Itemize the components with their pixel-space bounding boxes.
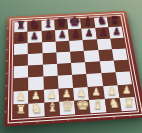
square-d7: ♟ xyxy=(55,30,69,41)
square-a6 xyxy=(14,43,28,55)
square-f1: ♝ xyxy=(89,99,106,114)
piece-black-bishop: ♝ xyxy=(41,18,54,29)
square-b2: ♟ xyxy=(28,89,43,103)
piece-white-pawn: ♟ xyxy=(119,85,134,96)
square-h1: ♜ xyxy=(119,97,136,111)
piece-black-knight: ♞ xyxy=(28,19,41,30)
square-d6 xyxy=(55,40,70,52)
frame-pinstripe-inner: ♜♞♝♛♚♝♞♜♟♟♟♟♟♟♟♟♟♟♟♟♟♟♟♟♜♞♝♛♚♝♞♜ xyxy=(11,15,139,120)
rank-label: 3 xyxy=(5,84,7,87)
square-d4 xyxy=(57,63,72,76)
piece-black-pawn: ♟ xyxy=(110,27,124,37)
piece-black-pawn: ♟ xyxy=(28,31,42,41)
square-b1: ♞ xyxy=(29,102,45,117)
piece-black-pawn: ♟ xyxy=(69,29,83,39)
square-f3 xyxy=(86,73,102,86)
square-g4 xyxy=(99,61,115,74)
square-f4 xyxy=(85,61,101,74)
piece-black-pawn: ♟ xyxy=(55,30,69,40)
piece-white-pawn: ♟ xyxy=(44,89,59,100)
piece-white-knight: ♞ xyxy=(29,102,44,115)
square-c2: ♟ xyxy=(43,88,59,102)
piece-white-pawn: ♟ xyxy=(59,89,74,100)
square-f7: ♟ xyxy=(82,28,97,39)
file-label: h xyxy=(128,114,130,117)
piece-white-pawn: ♟ xyxy=(89,87,104,98)
piece-white-bishop: ♝ xyxy=(90,98,105,111)
rank-label: 6 xyxy=(6,48,8,51)
piece-white-queen: ♛ xyxy=(60,99,75,113)
piece-white-pawn: ♟ xyxy=(104,86,119,97)
square-d2: ♟ xyxy=(58,88,74,102)
square-c4 xyxy=(42,64,57,77)
square-e7: ♟ xyxy=(68,29,83,40)
square-b8: ♞ xyxy=(28,21,42,32)
square-f2: ♟ xyxy=(88,86,104,100)
square-e4 xyxy=(71,62,86,75)
piece-black-rook: ♜ xyxy=(108,15,121,25)
square-h7: ♟ xyxy=(108,27,123,38)
square-d1: ♛ xyxy=(59,101,75,116)
square-e1: ♚ xyxy=(74,100,91,115)
board-frame: ♜♞♝♛♚♝♞♜♟♟♟♟♟♟♟♟♟♟♟♟♟♟♟♟♜♞♝♛♚♝♞♜ abcdefg… xyxy=(4,11,142,127)
square-c1: ♝ xyxy=(44,102,60,117)
square-d5 xyxy=(56,51,71,63)
square-f6 xyxy=(83,39,98,51)
square-b7: ♟ xyxy=(28,31,42,43)
piece-white-rook: ♜ xyxy=(121,97,136,109)
square-b6 xyxy=(28,42,42,54)
square-e6 xyxy=(69,40,84,52)
square-c7: ♟ xyxy=(41,30,55,41)
rank-label: 4 xyxy=(6,71,8,74)
piece-white-rook: ♜ xyxy=(13,104,29,116)
square-h6 xyxy=(110,37,126,49)
piece-black-pawn: ♟ xyxy=(14,32,28,42)
square-g5 xyxy=(98,49,114,61)
rank-label: 8 xyxy=(7,27,9,29)
square-a3 xyxy=(14,78,29,92)
board-3d-wrapper: ♜♞♝♛♚♝♞♜♟♟♟♟♟♟♟♟♟♟♟♟♟♟♟♟♜♞♝♛♚♝♞♜ abcdefg… xyxy=(4,11,142,127)
piece-white-pawn: ♟ xyxy=(29,90,44,101)
square-h2: ♟ xyxy=(117,84,134,98)
square-d3 xyxy=(57,75,73,88)
rank-label: 7 xyxy=(6,37,8,39)
square-h5 xyxy=(112,48,128,60)
frame-pinstripe-outer: ♜♞♝♛♚♝♞♜♟♟♟♟♟♟♟♟♟♟♟♟♟♟♟♟♜♞♝♛♚♝♞♜ xyxy=(8,13,142,124)
square-a1: ♜ xyxy=(13,103,29,118)
piece-white-pawn: ♟ xyxy=(74,88,89,99)
square-h3 xyxy=(115,72,132,85)
square-a2: ♟ xyxy=(13,90,28,104)
square-f5 xyxy=(84,50,99,62)
rank-label: 1 xyxy=(5,110,7,113)
square-a7: ♟ xyxy=(14,32,28,44)
piece-black-queen: ♛ xyxy=(55,16,68,28)
square-a5 xyxy=(14,54,28,66)
board: ♜♞♝♛♚♝♞♜♟♟♟♟♟♟♟♟♟♟♟♟♟♟♟♟♜♞♝♛♚♝♞♜ xyxy=(13,17,136,119)
rank-label: 2 xyxy=(5,97,7,100)
square-b5 xyxy=(28,53,42,65)
square-e5 xyxy=(70,51,85,63)
square-c6 xyxy=(42,41,56,53)
square-g3 xyxy=(101,72,117,85)
piece-black-king: ♚ xyxy=(68,15,81,28)
square-e2: ♟ xyxy=(73,87,89,101)
square-b4 xyxy=(28,65,43,78)
piece-white-bishop: ♝ xyxy=(44,101,59,114)
square-e3 xyxy=(72,74,88,87)
rank-label: 5 xyxy=(6,59,8,62)
chessboard-photo: ♜♞♝♛♚♝♞♜♟♟♟♟♟♟♟♟♟♟♟♟♟♟♟♟♜♞♝♛♚♝♞♜ abcdefg… xyxy=(0,0,142,133)
square-c3 xyxy=(43,76,58,89)
piece-black-rook: ♜ xyxy=(14,20,27,30)
square-b3 xyxy=(28,77,43,90)
piece-black-pawn: ♟ xyxy=(42,30,56,40)
square-h4 xyxy=(113,60,129,73)
file-label: b xyxy=(36,119,38,122)
square-c5 xyxy=(42,52,57,64)
square-a4 xyxy=(14,65,29,78)
piece-white-pawn: ♟ xyxy=(13,91,28,102)
